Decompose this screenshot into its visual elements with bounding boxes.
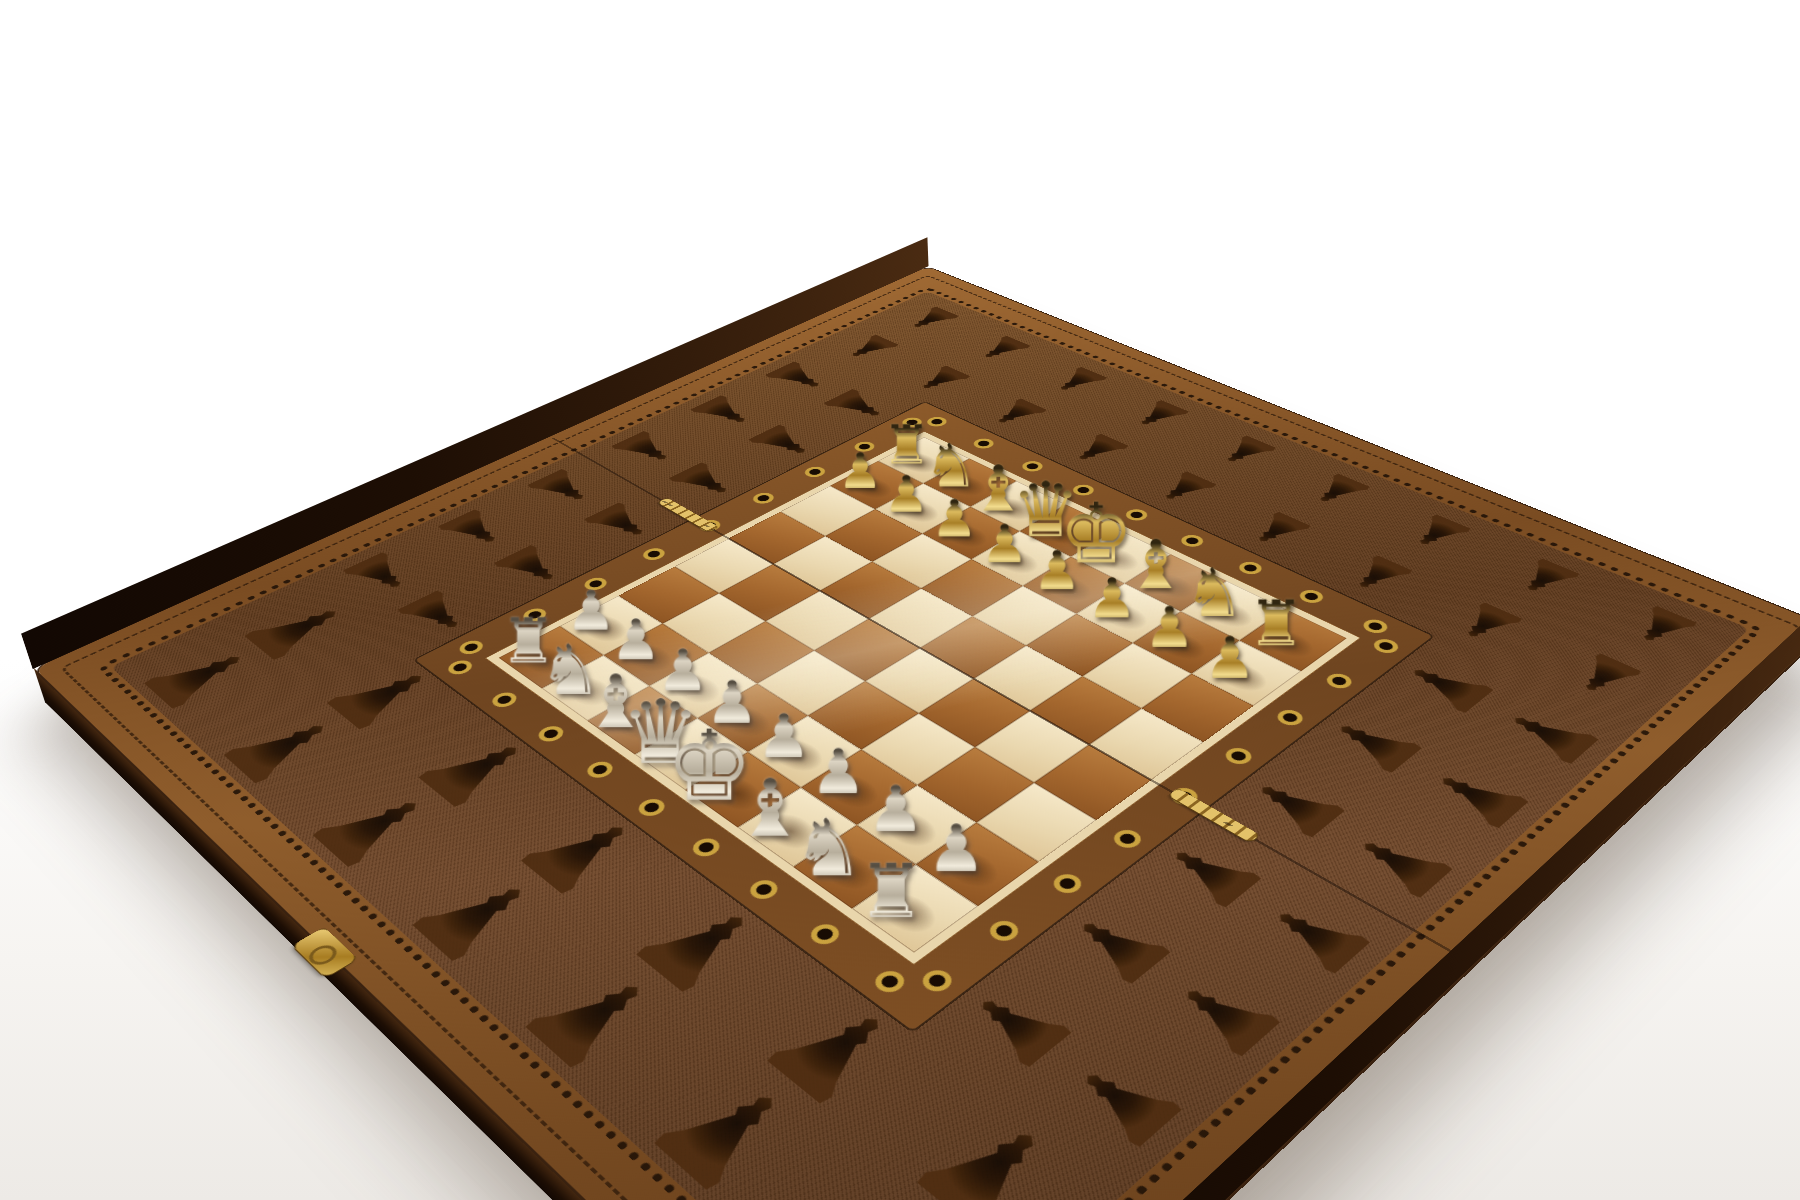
piece-black-pawn-d7[interactable]: ♟ [981,518,1028,571]
chess-board: ♜♞♝♛♚♝♞♜♟♟♟♟♟♟♟♟♟♟♟♟♟♟♟♟♜♞♝♛♚♝♞♜ [35,267,1800,1200]
storage-recess [911,365,971,394]
storage-recess [903,306,960,332]
storage-recess [526,468,600,507]
piece-black-pawn-b7[interactable]: ♟ [884,469,929,520]
storage-recess [610,431,682,468]
piece-black-pawn-a7[interactable]: ♟ [839,446,883,496]
storage-recess [1343,555,1414,595]
storage-recess [1403,514,1471,552]
storage-recess [986,398,1048,429]
storage-recess [689,395,760,430]
storage-recess [437,509,513,551]
storage-recess [1305,473,1371,508]
piece-white-pawn-e2[interactable]: ♟ [757,706,811,766]
board-3d: ♜♞♝♛♚♝♞♜♟♟♟♟♟♟♟♟♟♟♟♟♟♟♟♟♜♞♝♛♚♝♞♜ [35,267,1800,1200]
piece-black-pawn-g7[interactable]: ♟ [1145,599,1196,656]
storage-recess [396,590,476,638]
storage-recess [1066,433,1130,466]
piece-black-pawn-h7[interactable]: ♟ [1204,629,1256,687]
piece-black-pawn-f7[interactable]: ♟ [1088,571,1138,626]
storage-recess [1048,367,1108,396]
storage-recess [1243,511,1311,548]
piece-black-rook-h8[interactable]: ♜ [1248,592,1304,655]
piece-black-pawn-c7[interactable]: ♟ [932,493,978,545]
scene: ♜♞♝♛♚♝♞♜♟♟♟♟♟♟♟♟♟♟♟♟♟♟♟♟♜♞♝♛♚♝♞♜ [0,0,1800,1200]
storage-recess [747,424,820,461]
storage-recess [342,552,420,597]
storage-recess [1213,435,1277,468]
piece-white-pawn-f2[interactable]: ♟ [811,741,867,803]
storage-recess [764,361,833,394]
storage-recess [1128,400,1190,431]
storage-recess [1450,602,1523,645]
piece-white-rook-h1[interactable]: ♜ [858,854,925,928]
storage-recess [841,334,900,361]
piece-white-pawn-h2[interactable]: ♟ [928,816,987,881]
storage-recess [973,336,1032,363]
piece-white-knight-g1[interactable]: ♞ [793,808,864,887]
photo-stage: ♜♞♝♛♚♝♞♜♟♟♟♟♟♟♟♟♟♟♟♟♟♟♟♟♜♞♝♛♚♝♞♜ [0,0,1800,1200]
piece-black-pawn-e7[interactable]: ♟ [1033,544,1081,598]
piece-white-pawn-g2[interactable]: ♟ [868,777,925,841]
storage-recess [1566,653,1642,700]
